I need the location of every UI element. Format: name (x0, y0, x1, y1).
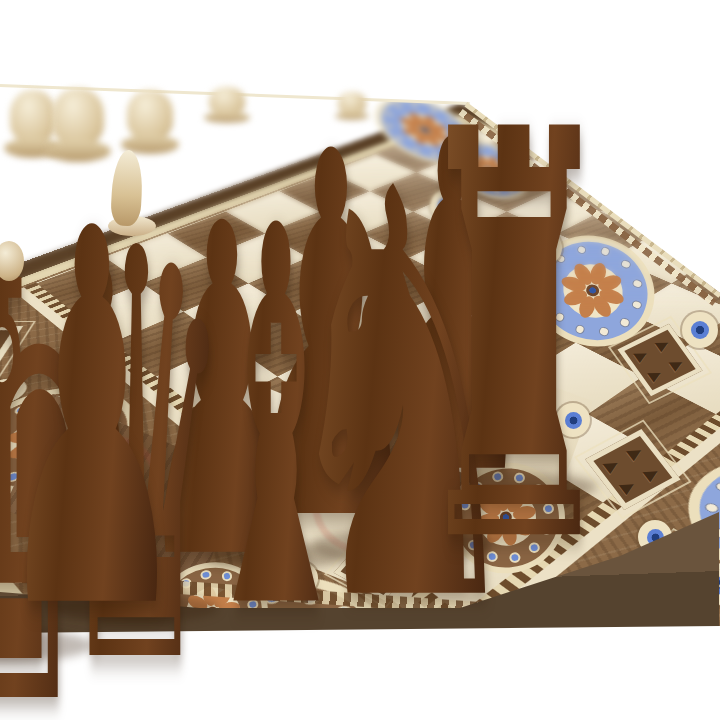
dark-pawn[interactable]: ♟ (0, 163, 189, 680)
ring-dot (621, 260, 630, 269)
carved-triangle: ▲ (642, 465, 664, 483)
carved-triangle: ▲ (668, 357, 688, 373)
ring-dot (632, 301, 641, 310)
ring-dot (715, 482, 720, 492)
carved-triangle: ▲ (646, 367, 666, 383)
dark-rook[interactable]: ♜ (409, 61, 619, 622)
blue-eye-dot (691, 321, 709, 339)
pearl-dot-inlay (682, 312, 718, 348)
carved-triangle: ▲ (632, 348, 652, 364)
carved-triangle: ▲ (654, 337, 674, 353)
product-photo-stage: ▲▲▲▲▲▲▲▲ ▲▲▲▲▲▲▲▲ ▲▲▲▲▲▲▲▲▲▲▲▲▲▲▲▲ ♟♟♟♛♝… (0, 0, 720, 720)
carved-triangle: ▲ (618, 478, 640, 496)
ornament-overlay (682, 312, 718, 348)
carved-triangle: ▲ (625, 444, 647, 462)
ring-dot (704, 502, 719, 513)
ring-dot (633, 279, 642, 288)
